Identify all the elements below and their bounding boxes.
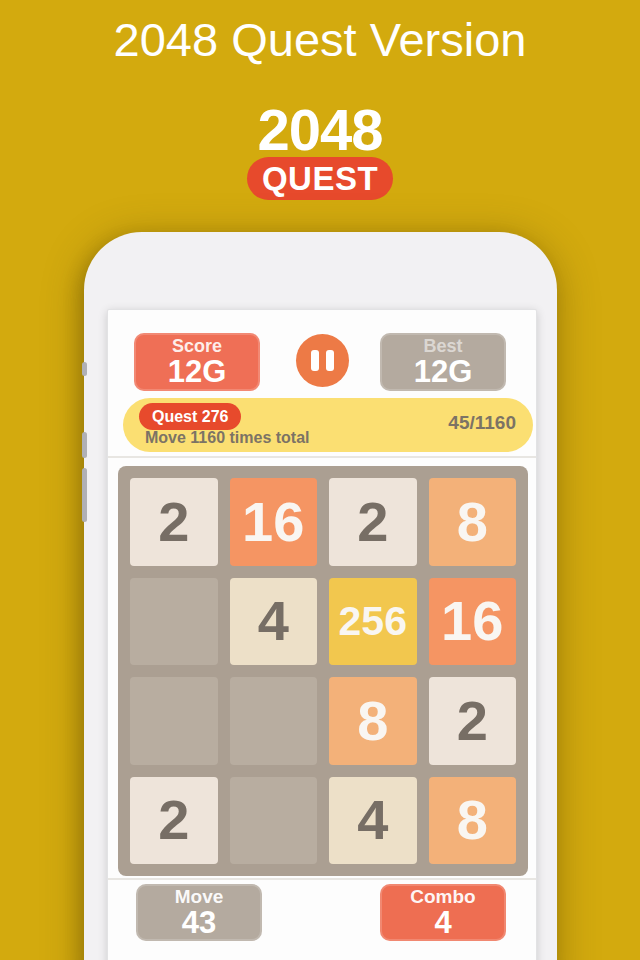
tile-8-r4c4: 8: [429, 777, 517, 865]
logo-2048-text: 2048: [0, 96, 640, 163]
combo-label: Combo: [410, 887, 475, 907]
empty-cell-r3c2: [230, 677, 318, 765]
tile-256-r2c3: 256: [329, 578, 417, 666]
quest-number-badge: Quest 276: [139, 403, 241, 430]
tile-8-r3c3: 8: [329, 677, 417, 765]
move-value: 43: [182, 907, 216, 939]
promo-page: 2048 Quest Version 2048 QUEST Score 12G …: [0, 0, 640, 960]
pause-icon: [311, 350, 334, 371]
phone-mockup: Score 12G Best 12G Quest 276 45/1160 Mov…: [84, 232, 557, 960]
tile-2-r1c3: 2: [329, 478, 417, 566]
app-title: 2048 Quest Version: [0, 12, 640, 67]
quest-logo-badge: QUEST: [247, 157, 393, 200]
tile-8-r1c4: 8: [429, 478, 517, 566]
best-value: 12G: [414, 356, 473, 388]
combo-value: 4: [434, 907, 451, 939]
best-box: Best 12G: [380, 333, 506, 391]
score-label: Score: [172, 336, 222, 356]
tile-2-r3c4: 2: [429, 677, 517, 765]
phone-volume-up-button: [82, 432, 87, 458]
tile-4-r2c2: 4: [230, 578, 318, 666]
best-label: Best: [423, 336, 462, 356]
empty-cell-r4c2: [230, 777, 318, 865]
phone-screen: Score 12G Best 12G Quest 276 45/1160 Mov…: [107, 309, 537, 960]
combo-counter-box: Combo 4: [380, 884, 506, 941]
tile-2-r1c1: 2: [130, 478, 218, 566]
move-counter-box: Move 43: [136, 884, 262, 941]
empty-cell-r2c1: [130, 578, 218, 666]
tile-2-r4c1: 2: [130, 777, 218, 865]
score-value: 12G: [168, 356, 227, 388]
score-box: Score 12G: [134, 333, 260, 391]
tile-16-r2c4: 16: [429, 578, 517, 666]
empty-cell-r3c1: [130, 677, 218, 765]
pause-button[interactable]: [296, 334, 349, 387]
tile-16-r1c2: 16: [230, 478, 318, 566]
footer-divider: [108, 878, 536, 880]
phone-volume-down-button: [82, 468, 87, 522]
quest-banner: Quest 276 45/1160 Move 1160 times total: [123, 398, 533, 452]
quest-description: Move 1160 times total: [145, 429, 310, 447]
move-label: Move: [175, 887, 224, 907]
header-divider: [108, 456, 536, 458]
game-board[interactable]: 2162842561682248: [118, 466, 528, 876]
phone-mute-switch: [82, 362, 87, 376]
tile-4-r4c3: 4: [329, 777, 417, 865]
quest-progress: 45/1160: [448, 412, 516, 434]
